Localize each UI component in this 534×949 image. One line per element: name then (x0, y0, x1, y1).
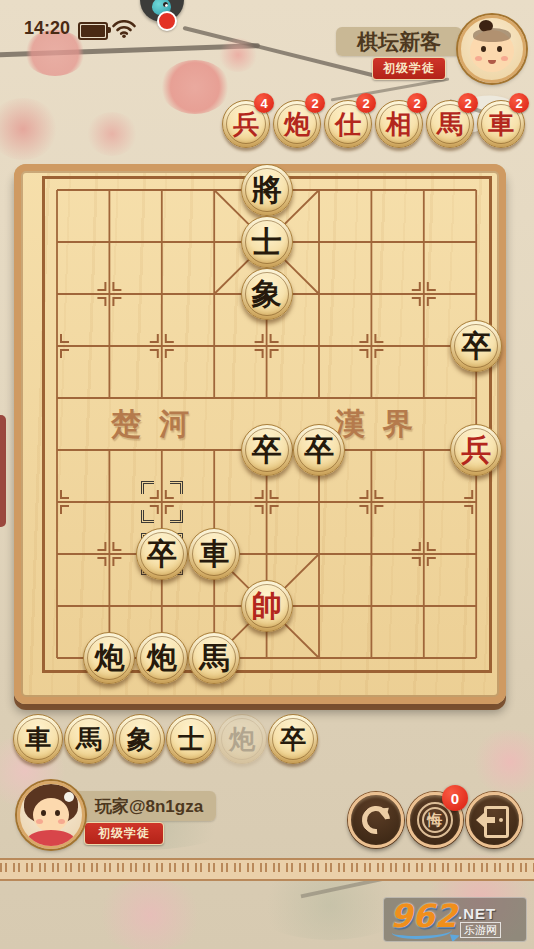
status-time: 14:20 (24, 18, 70, 39)
avatar-clothes (28, 830, 74, 848)
opponent-avatar[interactable] (458, 15, 526, 83)
board-piece-black[interactable]: 馬 (188, 632, 240, 684)
branch-decor (331, 78, 450, 102)
avatar-eye (497, 46, 502, 52)
captured-count-badge: 2 (509, 93, 529, 113)
lotus-decor (470, 730, 534, 794)
captured-piece: 炮 (217, 714, 267, 764)
board-piece-red[interactable]: 兵 (450, 424, 502, 476)
captured-piece: 馬2 (426, 100, 474, 148)
captured-count-badge: 2 (458, 93, 478, 113)
avatar-fringe (473, 28, 511, 42)
watermark: 962 .NET 乐游网 (383, 897, 527, 942)
restart-button[interactable] (348, 792, 404, 848)
xiangqi-board[interactable]: 楚河 漢界 將士象卒卒卒兵卒車帥炮炮馬 (14, 164, 506, 704)
captured-piece: 仕2 (324, 100, 372, 148)
avatar-blush (501, 56, 508, 61)
watermark-site: 乐游网 (460, 922, 501, 938)
opponent-rank-badge: 初级学徒 (372, 57, 446, 80)
captured-piece: 馬 (64, 714, 114, 764)
board-piece-black[interactable]: 卒 (450, 320, 502, 372)
avatar-flower (64, 792, 74, 802)
blossom-decor (0, 98, 58, 160)
undo-button[interactable]: 悔 0 (407, 792, 463, 848)
captured-red-tray: 兵4炮2仕2相2馬2車2 (222, 100, 525, 148)
captured-piece: 兵4 (222, 100, 270, 148)
board-piece-black[interactable]: 卒 (136, 528, 188, 580)
game-screen: 14:20 棋坛新客 初级学徒 兵4炮2仕2相2馬2車2 楚河 漢界 將士象卒卒… (0, 0, 534, 949)
captured-count-badge: 2 (356, 93, 376, 113)
captured-black-tray: 車馬象士炮卒 (13, 714, 318, 764)
blossom-decor (160, 60, 230, 114)
captured-piece: 相2 (375, 100, 423, 148)
captured-piece: 車2 (477, 100, 525, 148)
lastmove-marker-from (141, 481, 183, 523)
player-name: 玩家@8n1gza (95, 795, 203, 818)
watermark-net: .NET (458, 905, 496, 922)
avatar-blush (36, 819, 43, 824)
board-piece-black[interactable]: 士 (241, 216, 293, 268)
board-piece-black[interactable]: 象 (241, 268, 293, 320)
lotus-decor (90, 880, 210, 949)
avatar-eye (55, 810, 60, 816)
board-piece-black[interactable]: 將 (241, 164, 293, 216)
undo-char: 悔 (428, 811, 443, 830)
avatar-eye (481, 46, 486, 52)
blossom-decor (86, 112, 138, 156)
board-piece-black[interactable]: 車 (188, 528, 240, 580)
battery-icon (78, 22, 108, 40)
board-piece-red[interactable]: 帥 (241, 580, 293, 632)
watermark-swoosh (392, 924, 452, 939)
opponent-name: 棋坛新客 (357, 28, 441, 56)
refresh-icon (362, 806, 390, 834)
captured-count-badge: 2 (305, 93, 325, 113)
blossom-decor (218, 38, 258, 72)
captured-piece: 炮2 (273, 100, 321, 148)
avatar-blush (475, 56, 482, 61)
undo-count-badge: 0 (442, 785, 468, 811)
player-avatar[interactable] (17, 781, 85, 849)
player-rank-badge: 初级学徒 (84, 822, 164, 845)
board-piece-black[interactable]: 卒 (241, 424, 293, 476)
captured-piece: 象 (115, 714, 165, 764)
avatar-eye (41, 810, 46, 816)
board-piece-black[interactable]: 炮 (136, 632, 188, 684)
exit-icon (478, 805, 510, 835)
wifi-icon (112, 20, 136, 38)
river-label-right: 漢界 (335, 404, 431, 445)
branch-decor (0, 43, 260, 58)
avatar-face (33, 798, 69, 832)
captured-piece: 卒 (268, 714, 318, 764)
board-piece-black[interactable]: 卒 (293, 424, 345, 476)
river-label-left: 楚河 (111, 404, 207, 445)
meander-border (0, 858, 534, 881)
captured-count-badge: 4 (254, 93, 274, 113)
captured-piece: 車 (13, 714, 63, 764)
red-seal-decor (0, 415, 6, 527)
board-piece-black[interactable]: 炮 (83, 632, 135, 684)
opponent-name-plate: 棋坛新客 (336, 27, 462, 56)
captured-count-badge: 2 (407, 93, 427, 113)
record-dot-icon (157, 11, 177, 31)
exit-button[interactable] (466, 792, 522, 848)
avatar-blush (58, 819, 65, 824)
captured-piece: 士 (166, 714, 216, 764)
